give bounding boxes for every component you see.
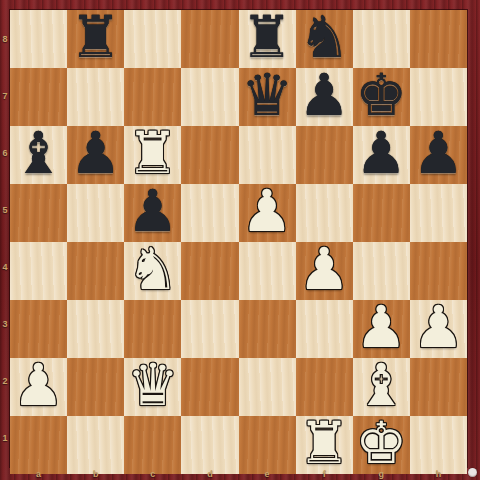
white-pawn-g3[interactable]: ♟ <box>355 298 407 356</box>
square-f3[interactable] <box>296 300 353 358</box>
file-label-h: h <box>410 467 467 480</box>
black-king-g7[interactable]: ♚ <box>355 66 407 124</box>
file-label-g: g <box>353 467 410 480</box>
square-d8[interactable] <box>181 10 238 68</box>
square-g2[interactable]: ♝ <box>353 358 410 416</box>
square-c2[interactable]: ♛ <box>124 358 181 416</box>
black-pawn-b6[interactable]: ♟ <box>70 124 122 182</box>
file-label-f: f <box>296 467 353 480</box>
square-g6[interactable]: ♟ <box>353 126 410 184</box>
white-to-move-indicator <box>468 468 477 477</box>
square-b7[interactable] <box>67 68 124 126</box>
square-b2[interactable] <box>67 358 124 416</box>
white-rook-c6[interactable]: ♜ <box>127 124 179 182</box>
white-pawn-a2[interactable]: ♟ <box>13 356 65 414</box>
square-f4[interactable]: ♟ <box>296 242 353 300</box>
square-c8[interactable] <box>124 10 181 68</box>
white-pawn-f4[interactable]: ♟ <box>298 240 350 298</box>
square-d3[interactable] <box>181 300 238 358</box>
file-label-e: e <box>239 467 296 480</box>
black-pawn-h6[interactable]: ♟ <box>412 124 464 182</box>
square-f1[interactable]: ♜ <box>296 416 353 474</box>
square-e6[interactable] <box>239 126 296 184</box>
white-bishop-g2[interactable]: ♝ <box>355 356 407 414</box>
black-bishop-a6[interactable]: ♝ <box>13 124 65 182</box>
white-pawn-h3[interactable]: ♟ <box>412 298 464 356</box>
square-a2[interactable]: ♟ <box>10 358 67 416</box>
square-b5[interactable] <box>67 184 124 242</box>
square-f6[interactable] <box>296 126 353 184</box>
chess-board: ♜♜♞♛♟♚♝♟♜♟♟♟♟♞♟♟♟♟♛♝♜♚ <box>10 10 467 467</box>
white-rook-f1[interactable]: ♜ <box>298 414 350 472</box>
square-f5[interactable] <box>296 184 353 242</box>
rank-label-5: 5 <box>0 181 10 238</box>
black-rook-b8[interactable]: ♜ <box>70 8 122 66</box>
rank-label-2: 2 <box>0 353 10 410</box>
black-queen-e7[interactable]: ♛ <box>241 66 293 124</box>
file-label-d: d <box>181 467 238 480</box>
file-label-c: c <box>124 467 181 480</box>
square-g1[interactable]: ♚ <box>353 416 410 474</box>
rank-label-4: 4 <box>0 239 10 296</box>
square-d2[interactable] <box>181 358 238 416</box>
square-e5[interactable]: ♟ <box>239 184 296 242</box>
square-e3[interactable] <box>239 300 296 358</box>
rank-label-1: 1 <box>0 410 10 467</box>
square-h8[interactable] <box>410 10 467 68</box>
square-f7[interactable]: ♟ <box>296 68 353 126</box>
square-g7[interactable]: ♚ <box>353 68 410 126</box>
square-b8[interactable]: ♜ <box>67 10 124 68</box>
square-d4[interactable] <box>181 242 238 300</box>
square-d5[interactable] <box>181 184 238 242</box>
rank-label-8: 8 <box>0 10 10 67</box>
square-f8[interactable]: ♞ <box>296 10 353 68</box>
square-b3[interactable] <box>67 300 124 358</box>
square-g5[interactable] <box>353 184 410 242</box>
black-pawn-c5[interactable]: ♟ <box>127 182 179 240</box>
square-a1[interactable] <box>10 416 67 474</box>
square-e7[interactable]: ♛ <box>239 68 296 126</box>
white-knight-c4[interactable]: ♞ <box>127 240 179 298</box>
rank-label-3: 3 <box>0 296 10 353</box>
square-a7[interactable] <box>10 68 67 126</box>
square-c3[interactable] <box>124 300 181 358</box>
square-g8[interactable] <box>353 10 410 68</box>
file-label-b: b <box>67 467 124 480</box>
file-label-a: a <box>10 467 67 480</box>
square-c5[interactable]: ♟ <box>124 184 181 242</box>
square-a3[interactable] <box>10 300 67 358</box>
square-e8[interactable]: ♜ <box>239 10 296 68</box>
black-knight-f8[interactable]: ♞ <box>298 8 350 66</box>
square-c1[interactable] <box>124 416 181 474</box>
square-b4[interactable] <box>67 242 124 300</box>
black-pawn-f7[interactable]: ♟ <box>298 66 350 124</box>
square-d6[interactable] <box>181 126 238 184</box>
square-h4[interactable] <box>410 242 467 300</box>
white-queen-c2[interactable]: ♛ <box>127 356 179 414</box>
square-g4[interactable] <box>353 242 410 300</box>
chess-board-frame: ♜♜♞♛♟♚♝♟♜♟♟♟♟♞♟♟♟♟♛♝♜♚ 87654321abcdefgh <box>0 0 480 480</box>
white-king-g1[interactable]: ♚ <box>355 414 407 472</box>
square-f2[interactable] <box>296 358 353 416</box>
white-pawn-e5[interactable]: ♟ <box>241 182 293 240</box>
square-h6[interactable]: ♟ <box>410 126 467 184</box>
square-d7[interactable] <box>181 68 238 126</box>
square-d1[interactable] <box>181 416 238 474</box>
square-h5[interactable] <box>410 184 467 242</box>
square-h2[interactable] <box>410 358 467 416</box>
black-rook-e8[interactable]: ♜ <box>241 8 293 66</box>
square-h3[interactable]: ♟ <box>410 300 467 358</box>
square-a6[interactable]: ♝ <box>10 126 67 184</box>
rank-label-6: 6 <box>0 124 10 181</box>
square-e1[interactable] <box>239 416 296 474</box>
square-e4[interactable] <box>239 242 296 300</box>
square-a8[interactable] <box>10 10 67 68</box>
square-e2[interactable] <box>239 358 296 416</box>
square-c6[interactable]: ♜ <box>124 126 181 184</box>
square-c7[interactable] <box>124 68 181 126</box>
square-b1[interactable] <box>67 416 124 474</box>
square-h1[interactable] <box>410 416 467 474</box>
square-h7[interactable] <box>410 68 467 126</box>
square-a4[interactable] <box>10 242 67 300</box>
square-b6[interactable]: ♟ <box>67 126 124 184</box>
square-g3[interactable]: ♟ <box>353 300 410 358</box>
square-c4[interactable]: ♞ <box>124 242 181 300</box>
rank-label-7: 7 <box>0 67 10 124</box>
square-a5[interactable] <box>10 184 67 242</box>
black-pawn-g6[interactable]: ♟ <box>355 124 407 182</box>
